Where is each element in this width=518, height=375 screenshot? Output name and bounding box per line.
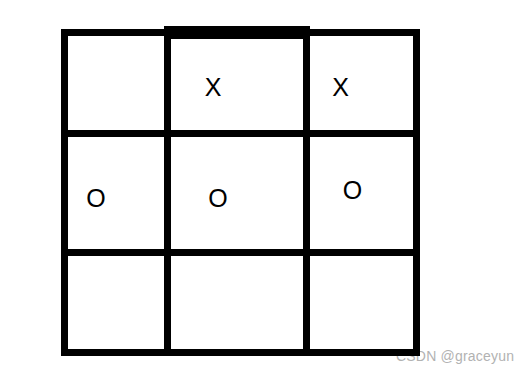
cell-r1c2[interactable]: O bbox=[310, 137, 413, 256]
cell-r0c0[interactable] bbox=[68, 36, 171, 137]
cell-mark: O bbox=[343, 178, 362, 203]
page-background: X X O O O CSDN @graceyun bbox=[0, 0, 518, 375]
cell-mark: X bbox=[332, 75, 349, 100]
cell-r0c1[interactable]: X bbox=[171, 36, 310, 137]
cell-mark: O bbox=[208, 186, 227, 211]
cell-mark: O bbox=[86, 186, 105, 211]
cell-r1c0[interactable]: O bbox=[68, 137, 171, 256]
cell-r2c2[interactable] bbox=[310, 256, 413, 349]
cell-mark: X bbox=[205, 75, 222, 100]
cell-r2c0[interactable] bbox=[68, 256, 171, 349]
cell-r1c1[interactable]: O bbox=[171, 137, 310, 256]
cell-r2c1[interactable] bbox=[171, 256, 310, 349]
tic-tac-toe-board: X X O O O bbox=[61, 29, 420, 356]
cell-r0c2[interactable]: X bbox=[310, 36, 413, 137]
